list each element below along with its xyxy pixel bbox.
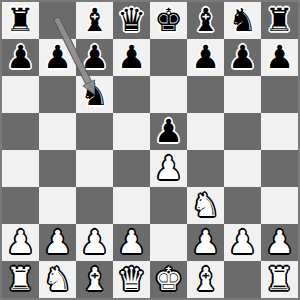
- square-e8[interactable]: ♚: [150, 2, 187, 39]
- square-a8[interactable]: ♜: [2, 2, 39, 39]
- square-e3[interactable]: [150, 187, 187, 224]
- square-c2[interactable]: ♟: [76, 224, 113, 261]
- square-d4[interactable]: [113, 150, 150, 187]
- square-a7[interactable]: ♟: [2, 39, 39, 76]
- square-d6[interactable]: [113, 76, 150, 113]
- square-g4[interactable]: [224, 150, 261, 187]
- piece-white-king[interactable]: ♚: [154, 261, 183, 298]
- square-f5[interactable]: [187, 113, 224, 150]
- square-b7[interactable]: ♟: [39, 39, 76, 76]
- square-a2[interactable]: ♟: [2, 224, 39, 261]
- piece-white-knight[interactable]: ♞: [191, 187, 220, 224]
- square-g1[interactable]: [224, 261, 261, 298]
- square-a5[interactable]: [2, 113, 39, 150]
- square-d3[interactable]: [113, 187, 150, 224]
- piece-white-bishop[interactable]: ♝: [191, 261, 220, 298]
- piece-white-pawn[interactable]: ♟: [191, 224, 220, 261]
- piece-white-rook[interactable]: ♜: [6, 261, 35, 298]
- piece-black-bishop[interactable]: ♝: [191, 2, 220, 39]
- piece-black-pawn[interactable]: ♟: [265, 39, 294, 76]
- square-b6[interactable]: [39, 76, 76, 113]
- square-c1[interactable]: ♝: [76, 261, 113, 298]
- piece-black-pawn[interactable]: ♟: [154, 113, 183, 150]
- piece-black-bishop[interactable]: ♝: [80, 2, 109, 39]
- square-c5[interactable]: [76, 113, 113, 150]
- square-a1[interactable]: ♜: [2, 261, 39, 298]
- chess-board-container: ♜♝♛♚♝♞♜♟♟♟♟♟♟♟♞♟♟♞♟♟♟♟♟♟♟♜♞♝♛♚♝♜: [0, 0, 300, 300]
- piece-black-queen[interactable]: ♛: [117, 2, 146, 39]
- piece-white-bishop[interactable]: ♝: [80, 261, 109, 298]
- square-d7[interactable]: ♟: [113, 39, 150, 76]
- square-b1[interactable]: ♞: [39, 261, 76, 298]
- square-g6[interactable]: [224, 76, 261, 113]
- square-c7[interactable]: ♟: [76, 39, 113, 76]
- square-e5[interactable]: ♟: [150, 113, 187, 150]
- piece-white-pawn[interactable]: ♟: [6, 224, 35, 261]
- piece-white-rook[interactable]: ♜: [265, 261, 294, 298]
- piece-white-pawn[interactable]: ♟: [154, 150, 183, 187]
- square-d1[interactable]: ♛: [113, 261, 150, 298]
- square-e7[interactable]: [150, 39, 187, 76]
- square-h3[interactable]: [261, 187, 298, 224]
- square-h4[interactable]: [261, 150, 298, 187]
- square-h1[interactable]: ♜: [261, 261, 298, 298]
- piece-white-pawn[interactable]: ♟: [228, 224, 257, 261]
- piece-white-pawn[interactable]: ♟: [265, 224, 294, 261]
- piece-white-queen[interactable]: ♛: [117, 261, 146, 298]
- piece-black-pawn[interactable]: ♟: [80, 39, 109, 76]
- square-a6[interactable]: [2, 76, 39, 113]
- square-f6[interactable]: [187, 76, 224, 113]
- square-b3[interactable]: [39, 187, 76, 224]
- piece-black-pawn[interactable]: ♟: [43, 39, 72, 76]
- piece-white-pawn[interactable]: ♟: [117, 224, 146, 261]
- square-a3[interactable]: [2, 187, 39, 224]
- piece-black-pawn[interactable]: ♟: [6, 39, 35, 76]
- square-h8[interactable]: ♜: [261, 2, 298, 39]
- piece-black-knight[interactable]: ♞: [80, 76, 109, 113]
- square-g5[interactable]: [224, 113, 261, 150]
- square-f4[interactable]: [187, 150, 224, 187]
- piece-black-pawn[interactable]: ♟: [191, 39, 220, 76]
- piece-black-knight[interactable]: ♞: [228, 2, 257, 39]
- square-e1[interactable]: ♚: [150, 261, 187, 298]
- square-c8[interactable]: ♝: [76, 2, 113, 39]
- piece-white-pawn[interactable]: ♟: [43, 224, 72, 261]
- square-f7[interactable]: ♟: [187, 39, 224, 76]
- square-h6[interactable]: [261, 76, 298, 113]
- piece-black-pawn[interactable]: ♟: [228, 39, 257, 76]
- square-e6[interactable]: [150, 76, 187, 113]
- square-f2[interactable]: ♟: [187, 224, 224, 261]
- square-g3[interactable]: [224, 187, 261, 224]
- square-f8[interactable]: ♝: [187, 2, 224, 39]
- piece-black-pawn[interactable]: ♟: [117, 39, 146, 76]
- square-e4[interactable]: ♟: [150, 150, 187, 187]
- piece-black-rook[interactable]: ♜: [265, 2, 294, 39]
- square-e2[interactable]: [150, 224, 187, 261]
- square-b2[interactable]: ♟: [39, 224, 76, 261]
- piece-white-pawn[interactable]: ♟: [80, 224, 109, 261]
- square-g7[interactable]: ♟: [224, 39, 261, 76]
- square-b8[interactable]: [39, 2, 76, 39]
- square-c6[interactable]: ♞: [76, 76, 113, 113]
- square-f1[interactable]: ♝: [187, 261, 224, 298]
- square-h7[interactable]: ♟: [261, 39, 298, 76]
- square-h2[interactable]: ♟: [261, 224, 298, 261]
- square-f3[interactable]: ♞: [187, 187, 224, 224]
- square-b5[interactable]: [39, 113, 76, 150]
- square-b4[interactable]: [39, 150, 76, 187]
- square-c3[interactable]: [76, 187, 113, 224]
- square-c4[interactable]: [76, 150, 113, 187]
- square-a4[interactable]: [2, 150, 39, 187]
- square-d5[interactable]: [113, 113, 150, 150]
- piece-black-rook[interactable]: ♜: [6, 2, 35, 39]
- square-g2[interactable]: ♟: [224, 224, 261, 261]
- piece-black-king[interactable]: ♚: [154, 2, 183, 39]
- square-d8[interactable]: ♛: [113, 2, 150, 39]
- square-h5[interactable]: [261, 113, 298, 150]
- chess-board[interactable]: ♜♝♛♚♝♞♜♟♟♟♟♟♟♟♞♟♟♞♟♟♟♟♟♟♟♜♞♝♛♚♝♜: [2, 2, 298, 298]
- square-d2[interactable]: ♟: [113, 224, 150, 261]
- piece-white-knight[interactable]: ♞: [43, 261, 72, 298]
- square-g8[interactable]: ♞: [224, 2, 261, 39]
